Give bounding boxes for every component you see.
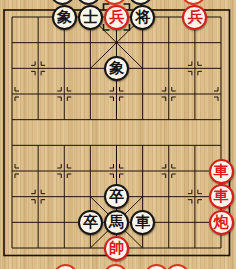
xiangqi-board: 象士兵将兵象車卒車卒馬車炮帥: [0, 0, 236, 269]
piece-black-soldier[interactable]: 卒: [104, 184, 129, 209]
piece-black-chariot[interactable]: 車: [130, 210, 155, 235]
piece-black-advisor[interactable]: 士: [78, 5, 103, 30]
piece-black-soldier[interactable]: 卒: [78, 210, 103, 235]
piece-red-soldier[interactable]: 兵: [104, 5, 129, 30]
piece-black-elephant[interactable]: 象: [104, 56, 129, 81]
piece-black-elephant[interactable]: 象: [52, 5, 77, 30]
piece-red-general[interactable]: 帥: [104, 236, 129, 261]
piece-red-cannon[interactable]: 炮: [209, 210, 234, 235]
piece-red-chariot[interactable]: 車: [209, 184, 234, 209]
piece-red-soldier[interactable]: 兵: [182, 5, 207, 30]
piece-black-horse[interactable]: 馬: [104, 210, 129, 235]
piece-red-chariot[interactable]: 車: [209, 159, 234, 184]
piece-black-general[interactable]: 将: [130, 5, 155, 30]
